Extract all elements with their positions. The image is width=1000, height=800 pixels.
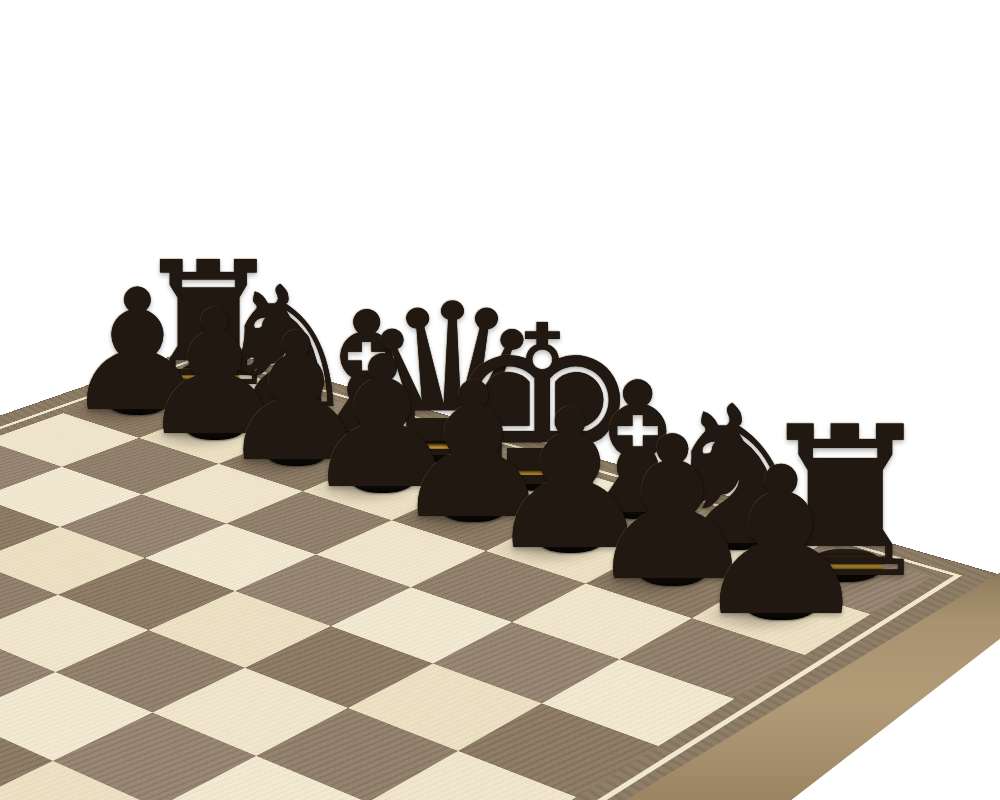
pieces-layer: ♜♞♟♝♟♛♟♚♟♝♟♞♟♜♟♟ xyxy=(0,0,1000,800)
product-photo-stage: Egyptian themed chess set: black and gol… xyxy=(0,0,1000,800)
black-pawn-glyph: ♟ xyxy=(690,440,873,645)
